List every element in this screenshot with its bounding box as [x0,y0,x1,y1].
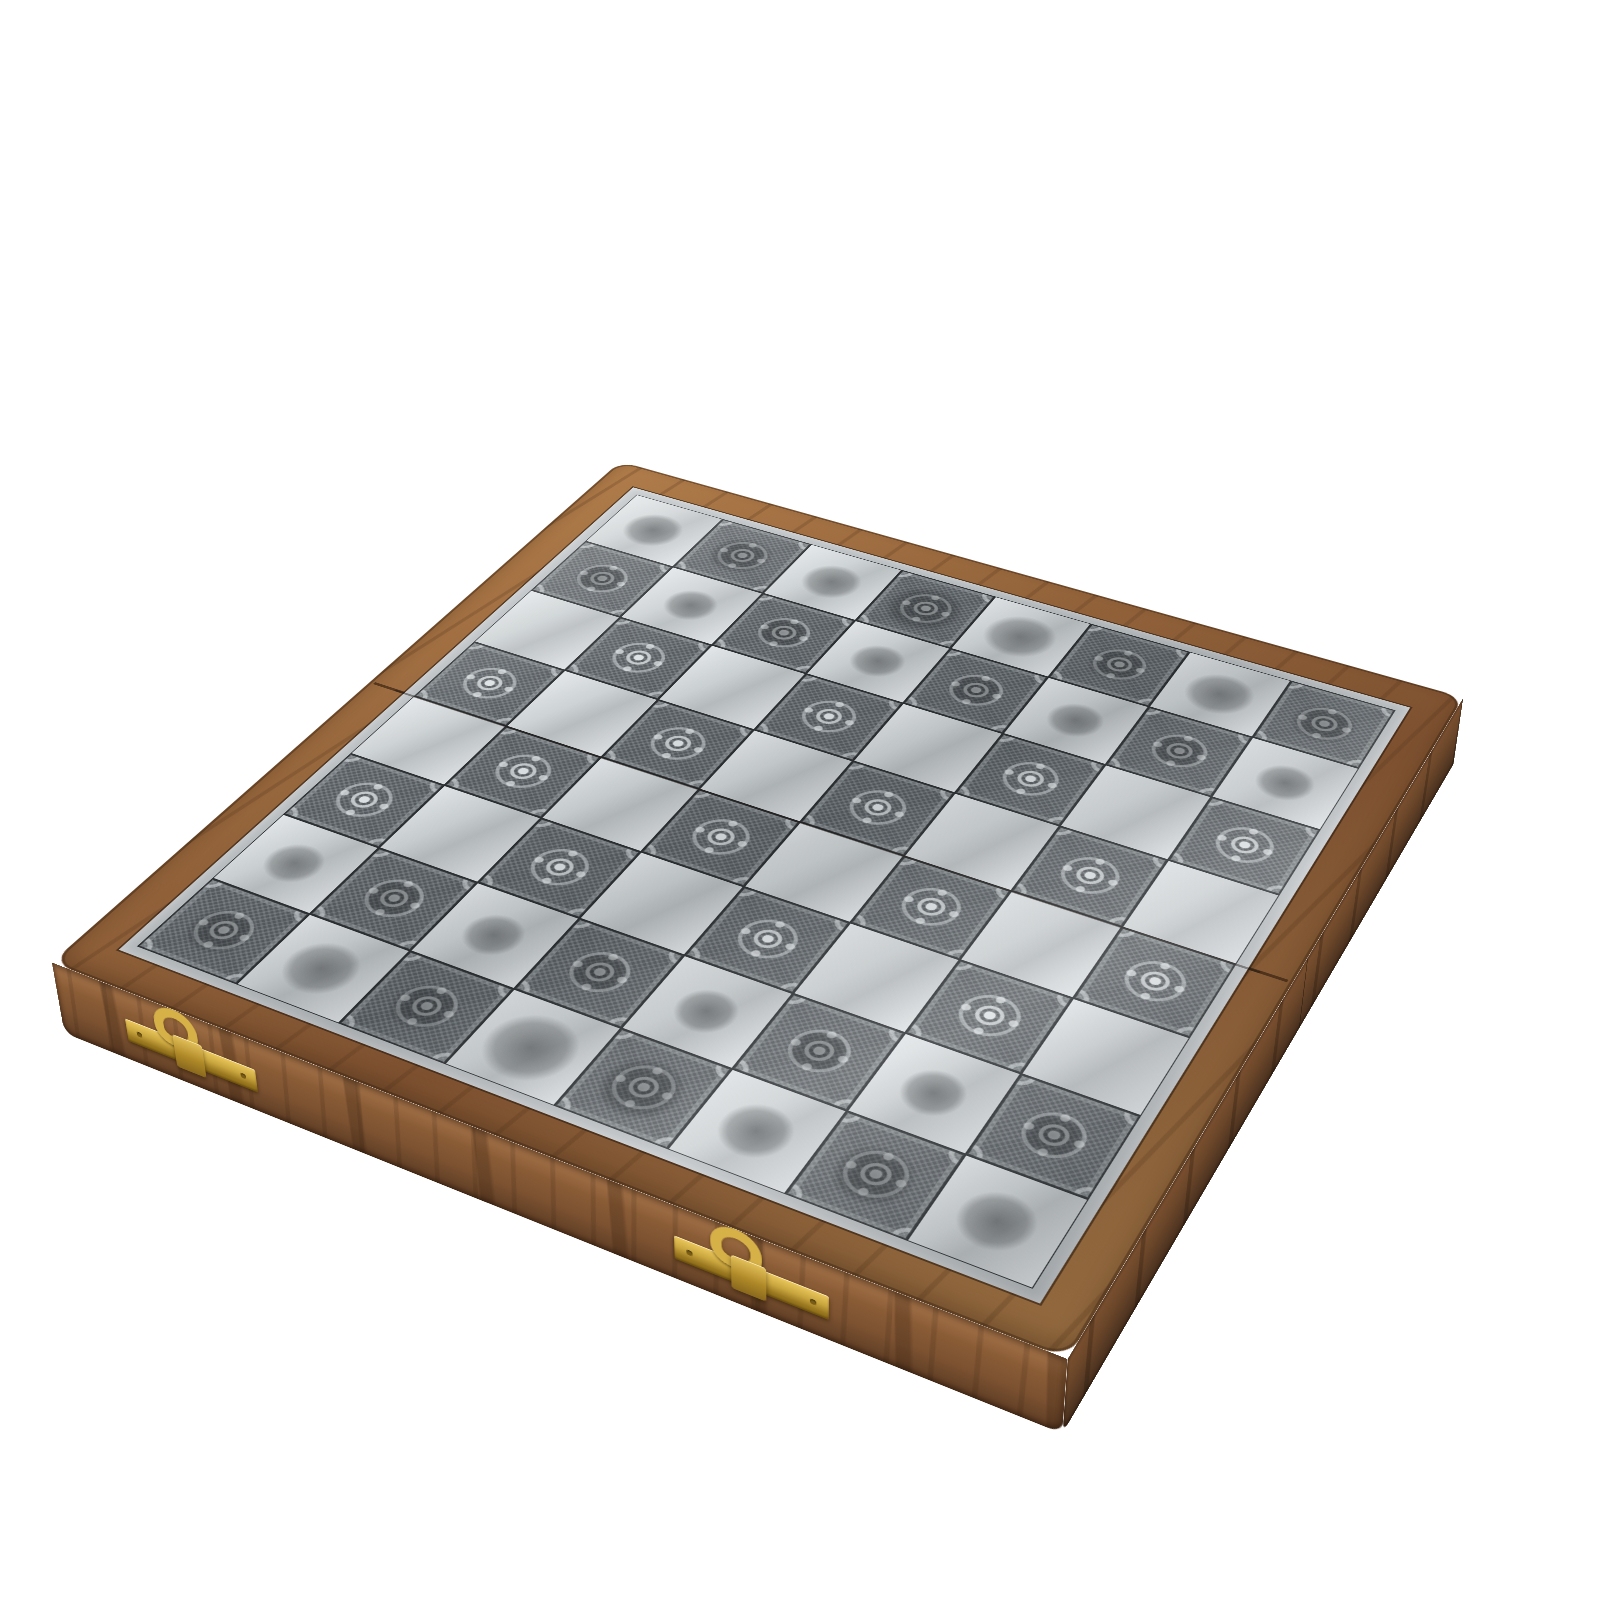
folding-chess-box: ♜♞♝♚♛♝♞♜♟♟♟♟♟♟♟♟♟♟♟♟♟♟♟♟♜♞♝♚♛♝♞♜ [52,461,1464,1358]
product-photo-scene: ♜♞♝♚♛♝♞♜♟♟♟♟♟♟♟♟♟♟♟♟♟♟♟♟♜♞♝♚♛♝♞♜ [0,0,1600,1600]
black-rook-icon: ♜ [909,1025,1087,1223]
fold-seam-right-rim [1245,966,1289,982]
latch-hook [172,1034,206,1078]
